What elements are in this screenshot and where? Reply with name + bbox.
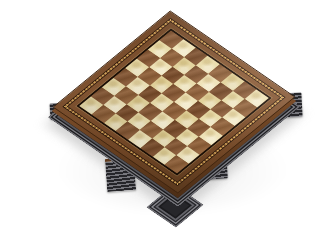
product-photo-stage (0, 0, 330, 231)
